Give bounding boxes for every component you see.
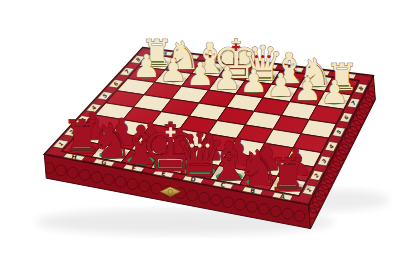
- cream-pawn-h7[interactable]: ♟: [132, 48, 162, 84]
- piece-glyph: ♟: [240, 63, 268, 99]
- red-rook-a1[interactable]: ♜: [267, 148, 311, 202]
- piece-glyph: ♟: [159, 52, 187, 88]
- piece-glyph: ♟: [320, 74, 348, 110]
- red-queen-coronet-tip: [190, 144, 194, 148]
- piece-glyph: ♜: [267, 148, 309, 202]
- cream-queen-coronet-tip: [255, 55, 258, 58]
- piece-glyph: ♟: [186, 56, 214, 92]
- chessboard[interactable]: HHGGFFEEDDCCBBAA8877665544332211♜♞♝♚✚♛♝♞…: [0, 0, 420, 259]
- cream-pawn-f7[interactable]: ♟: [186, 56, 216, 92]
- chess-set-photo-stage: HHGGFFEEDDCCBBAA8877665544332211♜♞♝♚✚♛♝♞…: [0, 0, 420, 259]
- piece-glyph: ♟: [213, 60, 241, 96]
- cream-pawn-e7[interactable]: ♟: [213, 60, 243, 96]
- piece-glyph: ♟: [293, 71, 321, 107]
- cream-pawn-a7[interactable]: ♟: [320, 74, 350, 110]
- cream-pawn-g7[interactable]: ♟: [159, 52, 189, 88]
- cream-king-cross-finial: ✚: [232, 41, 241, 54]
- cream-pawn-c7[interactable]: ♟: [266, 67, 296, 103]
- piece-glyph: ♟: [132, 48, 160, 84]
- red-queen-coronet-tip: [198, 144, 202, 148]
- cream-pawn-d7[interactable]: ♟: [240, 63, 270, 99]
- piece-glyph: ♟: [266, 67, 294, 103]
- cream-pawn-b7[interactable]: ♟: [293, 71, 323, 107]
- cream-queen-coronet-tip: [261, 55, 264, 58]
